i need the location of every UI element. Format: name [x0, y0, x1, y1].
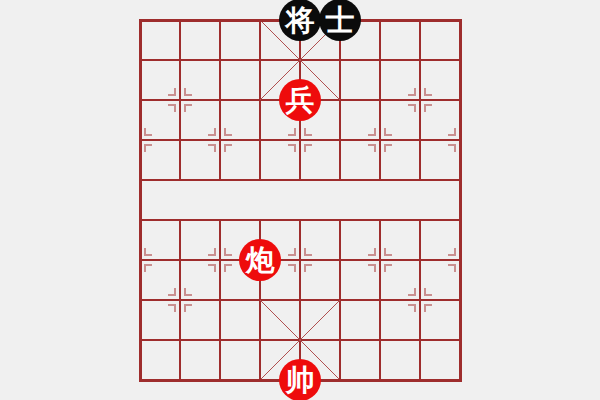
black-advisor[interactable]: 士: [319, 0, 361, 41]
xiangqi-board-diagram: 将士兵炮帅: [0, 0, 600, 400]
red-cannon[interactable]: 炮: [239, 239, 281, 281]
red-soldier[interactable]: 兵: [279, 79, 321, 121]
black-general[interactable]: 将: [279, 0, 321, 41]
red-general[interactable]: 帅: [279, 359, 321, 400]
xiangqi-grid[interactable]: 将士兵炮帅: [120, 0, 480, 400]
